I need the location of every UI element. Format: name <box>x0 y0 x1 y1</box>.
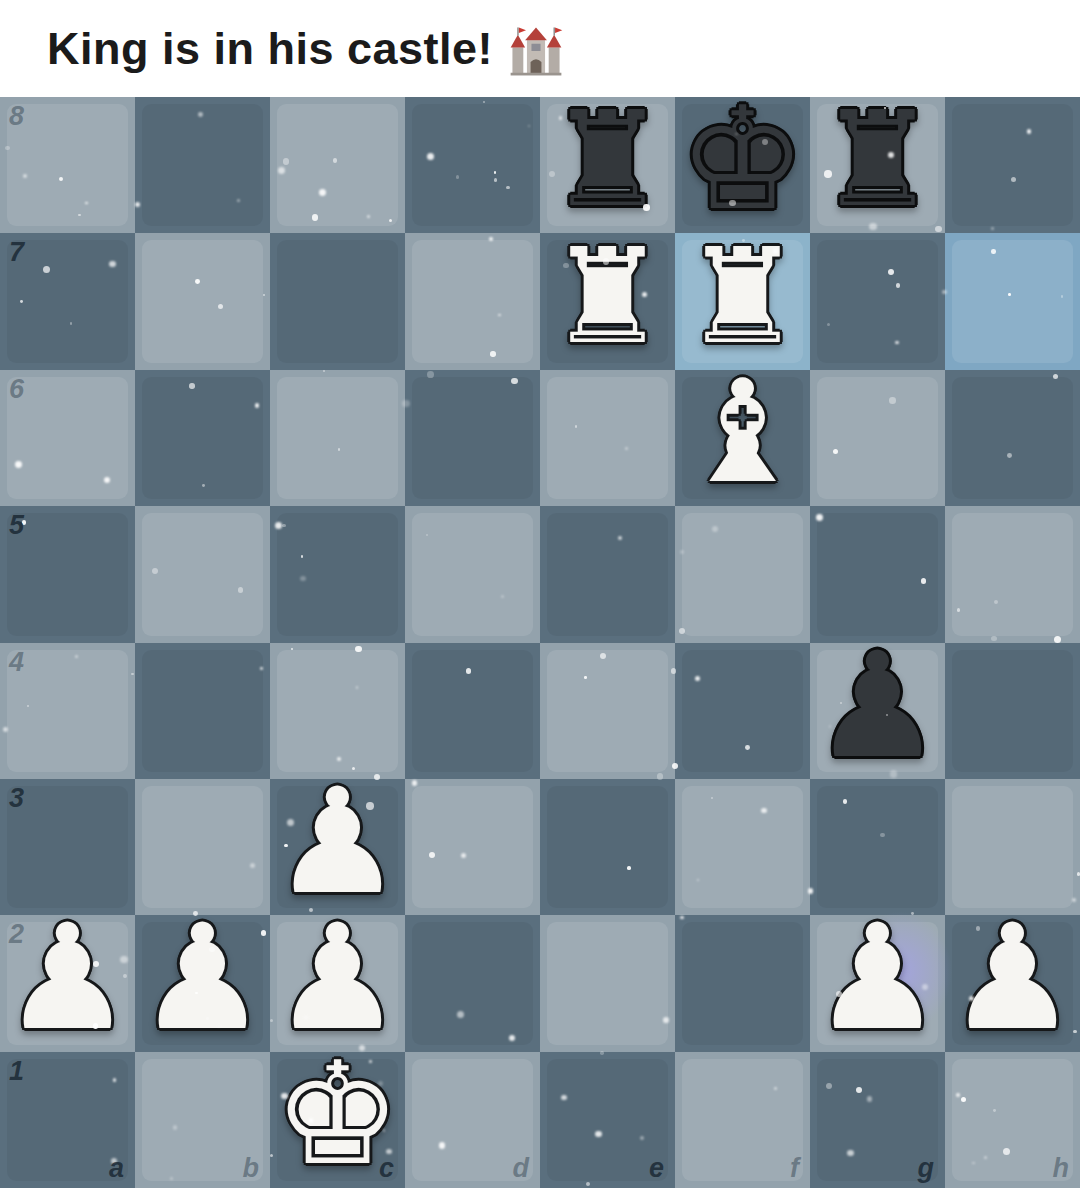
file-label-d: d <box>513 1153 530 1184</box>
square-c7[interactable] <box>270 233 405 369</box>
square-inset-shading <box>682 786 803 908</box>
square-inset-shading <box>277 240 398 362</box>
square-inset-shading <box>277 377 398 499</box>
square-e1[interactable]: e <box>540 1052 675 1188</box>
square-inset-shading <box>547 786 668 908</box>
square-inset-shading <box>547 513 668 635</box>
piece-glyph: ♟ <box>2 904 133 1050</box>
square-inset-shading <box>952 1059 1073 1181</box>
piece-white-bishop[interactable]: ♝ <box>675 370 810 506</box>
square-inset-shading <box>547 1059 668 1181</box>
square-f1[interactable]: f <box>675 1052 810 1188</box>
piece-white-pawn[interactable]: ♟ <box>810 915 945 1051</box>
square-d5[interactable] <box>405 506 540 642</box>
piece-glyph: ♜ <box>683 230 801 362</box>
square-h2[interactable]: ♟ <box>945 915 1080 1051</box>
square-inset-shading <box>952 650 1073 772</box>
piece-glyph: ♟ <box>272 904 403 1050</box>
piece-glyph: ♜ <box>548 230 666 362</box>
rank-label-3: 3 <box>9 783 24 814</box>
square-a6[interactable]: 6 <box>0 370 135 506</box>
square-h1[interactable]: h <box>945 1052 1080 1188</box>
square-inset-shading <box>142 513 263 635</box>
square-g2[interactable]: ♟ <box>810 915 945 1051</box>
piece-white-pawn[interactable]: ♟ <box>945 915 1080 1051</box>
square-d1[interactable]: d <box>405 1052 540 1188</box>
rank-label-6: 6 <box>9 374 24 405</box>
square-c1[interactable]: c♚ <box>270 1052 405 1188</box>
piece-black-rook[interactable]: ♜ <box>540 97 675 233</box>
piece-glyph: ♜ <box>548 93 666 225</box>
square-inset-shading <box>952 786 1073 908</box>
piece-white-pawn[interactable]: ♟ <box>135 915 270 1051</box>
square-d3[interactable] <box>405 779 540 915</box>
square-inset-shading <box>952 513 1073 635</box>
square-f8[interactable]: ♚ <box>675 97 810 233</box>
square-inset-shading <box>142 650 263 772</box>
square-e7[interactable]: ♜ <box>540 233 675 369</box>
square-e3[interactable] <box>540 779 675 915</box>
square-c8[interactable] <box>270 97 405 233</box>
square-inset-shading <box>682 1059 803 1181</box>
square-inset-shading <box>952 240 1073 362</box>
square-inset-shading <box>412 650 533 772</box>
rank-label-8: 8 <box>9 101 24 132</box>
chess-board: 8♜♚♜7♜♜6♝54♟3♟2♟♟♟♟♟1abc♚defgh <box>0 97 1080 1188</box>
square-inset-shading <box>952 104 1073 226</box>
file-label-e: e <box>649 1153 664 1184</box>
square-inset-shading <box>817 377 938 499</box>
square-inset-shading <box>817 513 938 635</box>
square-c5[interactable] <box>270 506 405 642</box>
square-a7[interactable]: 7 <box>0 233 135 369</box>
piece-black-pawn[interactable]: ♟ <box>810 643 945 779</box>
page-title-text: King is in his castle! <box>47 23 493 75</box>
piece-glyph: ♚ <box>679 88 806 230</box>
square-e8[interactable]: ♜ <box>540 97 675 233</box>
square-d7[interactable] <box>405 233 540 369</box>
square-d4[interactable] <box>405 643 540 779</box>
square-b8[interactable] <box>135 97 270 233</box>
square-a4[interactable]: 4 <box>0 643 135 779</box>
file-label-h: h <box>1053 1153 1070 1184</box>
square-b1[interactable]: b <box>135 1052 270 1188</box>
square-inset-shading <box>277 650 398 772</box>
square-inset-shading <box>7 786 128 908</box>
square-g8[interactable]: ♜ <box>810 97 945 233</box>
file-label-a: a <box>109 1153 124 1184</box>
square-inset-shading <box>412 377 533 499</box>
piece-white-rook[interactable]: ♜ <box>540 233 675 369</box>
square-h8[interactable] <box>945 97 1080 233</box>
square-b7[interactable] <box>135 233 270 369</box>
square-inset-shading <box>412 786 533 908</box>
square-inset-shading <box>7 377 128 499</box>
piece-black-rook[interactable]: ♜ <box>810 97 945 233</box>
square-inset-shading <box>682 650 803 772</box>
square-b4[interactable] <box>135 643 270 779</box>
square-b6[interactable] <box>135 370 270 506</box>
square-inset-shading <box>547 377 668 499</box>
square-inset-shading <box>142 1059 263 1181</box>
square-inset-shading <box>817 1059 938 1181</box>
square-f6[interactable]: ♝ <box>675 370 810 506</box>
square-inset-shading <box>7 650 128 772</box>
bottom-margin <box>0 1188 1080 1199</box>
square-inset-shading <box>412 240 533 362</box>
piece-white-king[interactable]: ♚ <box>270 1052 405 1188</box>
square-inset-shading <box>952 377 1073 499</box>
square-e4[interactable] <box>540 643 675 779</box>
square-f3[interactable] <box>675 779 810 915</box>
piece-glyph: ♟ <box>137 904 268 1050</box>
square-inset-shading <box>412 104 533 226</box>
square-inset-shading <box>277 104 398 226</box>
rank-label-5: 5 <box>9 510 24 541</box>
square-g1[interactable]: g <box>810 1052 945 1188</box>
piece-black-king[interactable]: ♚ <box>675 97 810 233</box>
square-inset-shading <box>412 1059 533 1181</box>
page-title: King is in his castle! <box>47 20 565 78</box>
square-h4[interactable] <box>945 643 1080 779</box>
piece-glyph: ♟ <box>812 904 943 1050</box>
piece-glyph: ♝ <box>679 361 806 503</box>
piece-glyph: ♚ <box>274 1043 401 1185</box>
chess-board-container: 8♜♚♜7♜♜6♝54♟3♟2♟♟♟♟♟1abc♚defgh <box>0 97 1080 1188</box>
square-inset-shading <box>682 513 803 635</box>
square-inset-shading <box>7 240 128 362</box>
square-inset-shading <box>412 922 533 1044</box>
square-h7[interactable] <box>945 233 1080 369</box>
square-a8[interactable]: 8 <box>0 97 135 233</box>
square-d6[interactable] <box>405 370 540 506</box>
square-a5[interactable]: 5 <box>0 506 135 642</box>
square-inset-shading <box>7 1059 128 1181</box>
square-f2[interactable] <box>675 915 810 1051</box>
square-b2[interactable]: ♟ <box>135 915 270 1051</box>
square-f5[interactable] <box>675 506 810 642</box>
file-label-g: g <box>918 1153 935 1184</box>
square-inset-shading <box>142 786 263 908</box>
square-e6[interactable] <box>540 370 675 506</box>
square-inset-shading <box>547 922 668 1044</box>
square-inset-shading <box>682 922 803 1044</box>
piece-glyph: ♟ <box>947 904 1078 1050</box>
square-inset-shading <box>817 240 938 362</box>
piece-glyph: ♟ <box>812 632 943 778</box>
square-a2[interactable]: 2♟ <box>0 915 135 1051</box>
square-c6[interactable] <box>270 370 405 506</box>
square-a1[interactable]: 1a <box>0 1052 135 1188</box>
square-h6[interactable] <box>945 370 1080 506</box>
square-g4[interactable]: ♟ <box>810 643 945 779</box>
square-inset-shading <box>142 240 263 362</box>
square-inset-shading <box>547 650 668 772</box>
square-inset-shading <box>412 513 533 635</box>
square-g7[interactable] <box>810 233 945 369</box>
square-g6[interactable] <box>810 370 945 506</box>
square-h5[interactable] <box>945 506 1080 642</box>
square-e2[interactable] <box>540 915 675 1051</box>
castle-emoji-icon <box>507 22 565 80</box>
square-inset-shading <box>142 104 263 226</box>
square-d2[interactable] <box>405 915 540 1051</box>
rank-label-7: 7 <box>9 237 24 268</box>
square-inset-shading <box>817 786 938 908</box>
square-inset-shading <box>7 513 128 635</box>
file-label-f: f <box>790 1153 799 1184</box>
square-d8[interactable] <box>405 97 540 233</box>
square-b5[interactable] <box>135 506 270 642</box>
file-label-b: b <box>243 1153 260 1184</box>
square-inset-shading <box>277 513 398 635</box>
piece-glyph: ♜ <box>818 93 936 225</box>
square-inset-shading <box>7 104 128 226</box>
piece-white-pawn[interactable]: ♟ <box>0 915 135 1051</box>
rank-label-4: 4 <box>9 647 24 678</box>
square-f4[interactable] <box>675 643 810 779</box>
square-e5[interactable] <box>540 506 675 642</box>
square-inset-shading <box>142 377 263 499</box>
